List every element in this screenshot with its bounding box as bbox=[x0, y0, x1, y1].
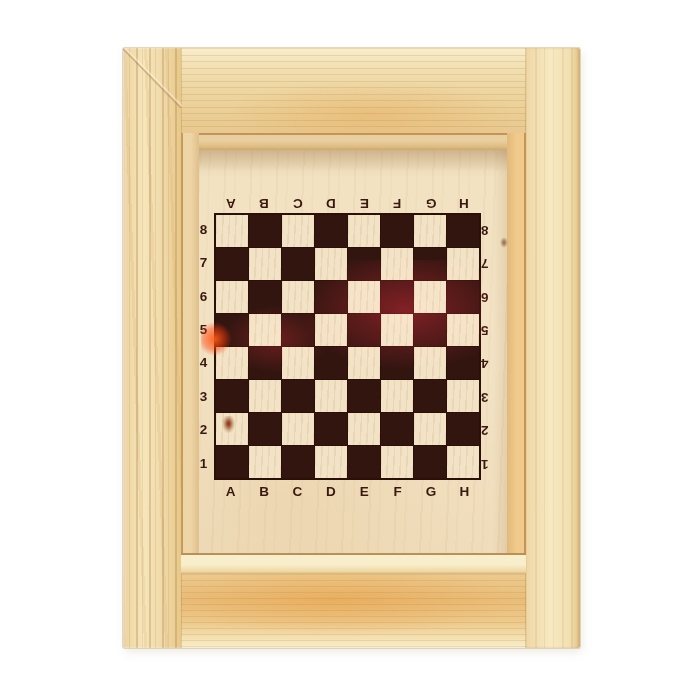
frame-rail-top bbox=[181, 48, 526, 133]
square-a6 bbox=[216, 281, 248, 313]
square-b7 bbox=[249, 248, 281, 280]
square-c1 bbox=[282, 446, 314, 478]
coordinate-label: A bbox=[226, 196, 236, 210]
square-g3 bbox=[414, 380, 446, 412]
square-g2 bbox=[414, 413, 446, 445]
square-c4 bbox=[282, 347, 314, 379]
square-b1 bbox=[249, 446, 281, 478]
square-h2 bbox=[447, 413, 479, 445]
square-e7 bbox=[348, 248, 380, 280]
square-g4 bbox=[414, 347, 446, 379]
frame-stile-left bbox=[123, 48, 181, 648]
coordinates-files-top: ABCDEFGH bbox=[214, 194, 481, 211]
coordinate-label: E bbox=[360, 485, 369, 499]
coordinate-label: C bbox=[293, 196, 303, 210]
square-h3 bbox=[447, 380, 479, 412]
square-f1 bbox=[381, 446, 413, 478]
square-b2 bbox=[249, 413, 281, 445]
square-g7 bbox=[414, 248, 446, 280]
square-e3 bbox=[348, 380, 380, 412]
square-f8 bbox=[381, 215, 413, 247]
coordinate-label: C bbox=[293, 485, 303, 499]
square-c5 bbox=[282, 314, 314, 346]
coordinate-label: 2 bbox=[200, 423, 208, 437]
coordinate-label: 4 bbox=[481, 356, 489, 370]
coordinate-label: 7 bbox=[200, 256, 208, 270]
panel-moulding-right bbox=[507, 133, 526, 574]
coordinate-label: B bbox=[259, 485, 269, 499]
square-b3 bbox=[249, 380, 281, 412]
square-a8 bbox=[216, 215, 248, 247]
square-g1 bbox=[414, 446, 446, 478]
square-e6 bbox=[348, 281, 380, 313]
coordinate-label: G bbox=[426, 485, 437, 499]
coordinates-ranks-left: 87654321 bbox=[195, 213, 212, 480]
square-a7 bbox=[216, 248, 248, 280]
square-h8 bbox=[447, 215, 479, 247]
photo-background: ABCDEFGH ABCDEFGH 87654321 87654321 bbox=[0, 0, 700, 700]
square-e2 bbox=[348, 413, 380, 445]
coordinate-label: G bbox=[426, 196, 437, 210]
coordinate-label: 3 bbox=[481, 390, 489, 404]
chessboard bbox=[214, 213, 481, 480]
square-a3 bbox=[216, 380, 248, 412]
square-e5 bbox=[348, 314, 380, 346]
square-f6 bbox=[381, 281, 413, 313]
square-f2 bbox=[381, 413, 413, 445]
square-c3 bbox=[282, 380, 314, 412]
square-c2 bbox=[282, 413, 314, 445]
square-d8 bbox=[315, 215, 347, 247]
square-d6 bbox=[315, 281, 347, 313]
coordinate-label: H bbox=[459, 485, 469, 499]
square-b4 bbox=[249, 347, 281, 379]
square-g8 bbox=[414, 215, 446, 247]
coordinate-label: 1 bbox=[200, 457, 208, 471]
square-h4 bbox=[447, 347, 479, 379]
square-f5 bbox=[381, 314, 413, 346]
square-d7 bbox=[315, 248, 347, 280]
square-d4 bbox=[315, 347, 347, 379]
coordinate-label: H bbox=[459, 196, 469, 210]
square-g6 bbox=[414, 281, 446, 313]
square-a4 bbox=[216, 347, 248, 379]
square-d2 bbox=[315, 413, 347, 445]
square-d3 bbox=[315, 380, 347, 412]
square-h5 bbox=[447, 314, 479, 346]
coordinate-label: 6 bbox=[200, 290, 208, 304]
coordinate-label: D bbox=[326, 196, 336, 210]
coordinate-label: 5 bbox=[481, 323, 489, 337]
square-a2 bbox=[216, 413, 248, 445]
square-f7 bbox=[381, 248, 413, 280]
square-h1 bbox=[447, 446, 479, 478]
square-e8 bbox=[348, 215, 380, 247]
coordinate-label: D bbox=[326, 485, 336, 499]
coordinate-label: 2 bbox=[481, 423, 489, 437]
frame-stile-right bbox=[526, 48, 580, 648]
coordinate-label: 6 bbox=[481, 290, 489, 304]
coordinate-label: 8 bbox=[200, 223, 208, 237]
square-a1 bbox=[216, 446, 248, 478]
frame-rail-bottom bbox=[181, 574, 526, 648]
coordinate-label: F bbox=[393, 196, 401, 210]
coordinate-label: B bbox=[259, 196, 269, 210]
coordinate-label: A bbox=[226, 485, 236, 499]
wooden-door-frame: ABCDEFGH ABCDEFGH 87654321 87654321 bbox=[123, 48, 580, 648]
square-f3 bbox=[381, 380, 413, 412]
coordinate-label: 8 bbox=[481, 223, 489, 237]
square-c7 bbox=[282, 248, 314, 280]
square-e4 bbox=[348, 347, 380, 379]
coordinate-label: 4 bbox=[200, 356, 208, 370]
square-b5 bbox=[249, 314, 281, 346]
square-f4 bbox=[381, 347, 413, 379]
coordinate-label: 1 bbox=[481, 457, 489, 471]
coordinate-label: E bbox=[360, 196, 369, 210]
coordinate-label: F bbox=[393, 485, 401, 499]
coordinate-label: 3 bbox=[200, 390, 208, 404]
square-h6 bbox=[447, 281, 479, 313]
square-a5 bbox=[216, 314, 248, 346]
panel-moulding-top bbox=[181, 133, 526, 150]
square-g5 bbox=[414, 314, 446, 346]
square-b6 bbox=[249, 281, 281, 313]
square-c8 bbox=[282, 215, 314, 247]
square-c6 bbox=[282, 281, 314, 313]
coordinates-files-bottom: ABCDEFGH bbox=[214, 483, 481, 500]
square-d1 bbox=[315, 446, 347, 478]
square-b8 bbox=[249, 215, 281, 247]
square-h7 bbox=[447, 248, 479, 280]
coordinate-label: 7 bbox=[481, 256, 489, 270]
coordinate-label: 5 bbox=[200, 323, 208, 337]
square-e1 bbox=[348, 446, 380, 478]
square-d5 bbox=[315, 314, 347, 346]
panel-moulding-bottom bbox=[181, 553, 526, 574]
